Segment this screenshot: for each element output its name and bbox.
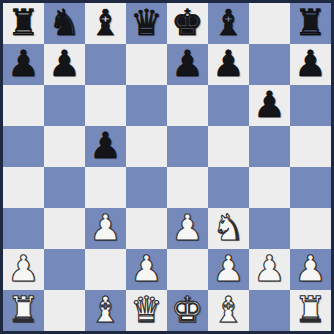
square-b5[interactable]	[44, 126, 85, 167]
square-c2[interactable]	[85, 249, 126, 290]
square-d1[interactable]: ♛	[126, 290, 167, 331]
square-a1[interactable]: ♜	[3, 290, 44, 331]
square-d6[interactable]	[126, 85, 167, 126]
square-d8[interactable]: ♛	[126, 3, 167, 44]
square-c8[interactable]: ♝	[85, 3, 126, 44]
square-a5[interactable]	[3, 126, 44, 167]
piece-white-rook[interactable]: ♜	[294, 290, 326, 330]
square-d2[interactable]: ♟	[126, 249, 167, 290]
piece-white-queen[interactable]: ♛	[130, 290, 162, 330]
square-d3[interactable]	[126, 208, 167, 249]
square-g1[interactable]	[249, 290, 290, 331]
square-d7[interactable]	[126, 44, 167, 85]
piece-white-pawn[interactable]: ♟	[89, 208, 121, 248]
piece-black-bishop[interactable]: ♝	[89, 3, 121, 43]
chess-board: ♜♞♝♛♚♝♜♟♟♟♟♟♟♟♟♟♞♟♟♟♟♟♜♝♛♚♝♜	[3, 3, 331, 331]
square-h6[interactable]	[290, 85, 331, 126]
square-f1[interactable]: ♝	[208, 290, 249, 331]
square-b4[interactable]	[44, 167, 85, 208]
piece-black-pawn[interactable]: ♟	[48, 44, 80, 84]
piece-white-bishop[interactable]: ♝	[89, 290, 121, 330]
square-g2[interactable]: ♟	[249, 249, 290, 290]
piece-black-pawn[interactable]: ♟	[89, 126, 121, 166]
square-e5[interactable]	[167, 126, 208, 167]
square-a3[interactable]	[3, 208, 44, 249]
piece-white-pawn[interactable]: ♟	[7, 249, 39, 289]
square-e8[interactable]: ♚	[167, 3, 208, 44]
chess-board-frame: ♜♞♝♛♚♝♜♟♟♟♟♟♟♟♟♟♞♟♟♟♟♟♜♝♛♚♝♜	[0, 0, 334, 334]
square-c7[interactable]	[85, 44, 126, 85]
square-g8[interactable]	[249, 3, 290, 44]
piece-white-pawn[interactable]: ♟	[253, 249, 285, 289]
square-f6[interactable]	[208, 85, 249, 126]
piece-black-rook[interactable]: ♜	[294, 3, 326, 43]
square-a8[interactable]: ♜	[3, 3, 44, 44]
square-h7[interactable]: ♟	[290, 44, 331, 85]
square-h8[interactable]: ♜	[290, 3, 331, 44]
square-h5[interactable]	[290, 126, 331, 167]
piece-black-pawn[interactable]: ♟	[253, 85, 285, 125]
piece-black-king[interactable]: ♚	[171, 3, 203, 43]
piece-black-pawn[interactable]: ♟	[171, 44, 203, 84]
square-e1[interactable]: ♚	[167, 290, 208, 331]
square-c6[interactable]	[85, 85, 126, 126]
square-a6[interactable]	[3, 85, 44, 126]
piece-white-bishop[interactable]: ♝	[212, 290, 244, 330]
piece-black-knight[interactable]: ♞	[48, 3, 80, 43]
piece-white-king[interactable]: ♚	[171, 290, 203, 330]
square-a4[interactable]	[3, 167, 44, 208]
piece-white-pawn[interactable]: ♟	[212, 249, 244, 289]
square-b8[interactable]: ♞	[44, 3, 85, 44]
square-g5[interactable]	[249, 126, 290, 167]
square-c1[interactable]: ♝	[85, 290, 126, 331]
square-c5[interactable]: ♟	[85, 126, 126, 167]
square-f7[interactable]: ♟	[208, 44, 249, 85]
square-b1[interactable]	[44, 290, 85, 331]
square-f4[interactable]	[208, 167, 249, 208]
piece-black-pawn[interactable]: ♟	[212, 44, 244, 84]
piece-white-knight[interactable]: ♞	[212, 208, 244, 248]
piece-black-pawn[interactable]: ♟	[294, 44, 326, 84]
square-e7[interactable]: ♟	[167, 44, 208, 85]
square-f2[interactable]: ♟	[208, 249, 249, 290]
square-a7[interactable]: ♟	[3, 44, 44, 85]
square-h2[interactable]: ♟	[290, 249, 331, 290]
square-e6[interactable]	[167, 85, 208, 126]
piece-black-bishop[interactable]: ♝	[212, 3, 244, 43]
square-b6[interactable]	[44, 85, 85, 126]
square-c3[interactable]: ♟	[85, 208, 126, 249]
square-f3[interactable]: ♞	[208, 208, 249, 249]
square-h1[interactable]: ♜	[290, 290, 331, 331]
piece-black-queen[interactable]: ♛	[130, 3, 162, 43]
square-e3[interactable]: ♟	[167, 208, 208, 249]
square-a2[interactable]: ♟	[3, 249, 44, 290]
square-h3[interactable]	[290, 208, 331, 249]
square-h4[interactable]	[290, 167, 331, 208]
piece-black-rook[interactable]: ♜	[7, 3, 39, 43]
square-c4[interactable]	[85, 167, 126, 208]
piece-white-pawn[interactable]: ♟	[294, 249, 326, 289]
square-d4[interactable]	[126, 167, 167, 208]
square-g6[interactable]: ♟	[249, 85, 290, 126]
square-e2[interactable]	[167, 249, 208, 290]
piece-white-rook[interactable]: ♜	[7, 290, 39, 330]
square-g3[interactable]	[249, 208, 290, 249]
square-e4[interactable]	[167, 167, 208, 208]
piece-white-pawn[interactable]: ♟	[130, 249, 162, 289]
square-b3[interactable]	[44, 208, 85, 249]
square-f8[interactable]: ♝	[208, 3, 249, 44]
square-g4[interactable]	[249, 167, 290, 208]
square-f5[interactable]	[208, 126, 249, 167]
piece-black-pawn[interactable]: ♟	[7, 44, 39, 84]
square-d5[interactable]	[126, 126, 167, 167]
square-b2[interactable]	[44, 249, 85, 290]
square-g7[interactable]	[249, 44, 290, 85]
square-b7[interactable]: ♟	[44, 44, 85, 85]
piece-white-pawn[interactable]: ♟	[171, 208, 203, 248]
